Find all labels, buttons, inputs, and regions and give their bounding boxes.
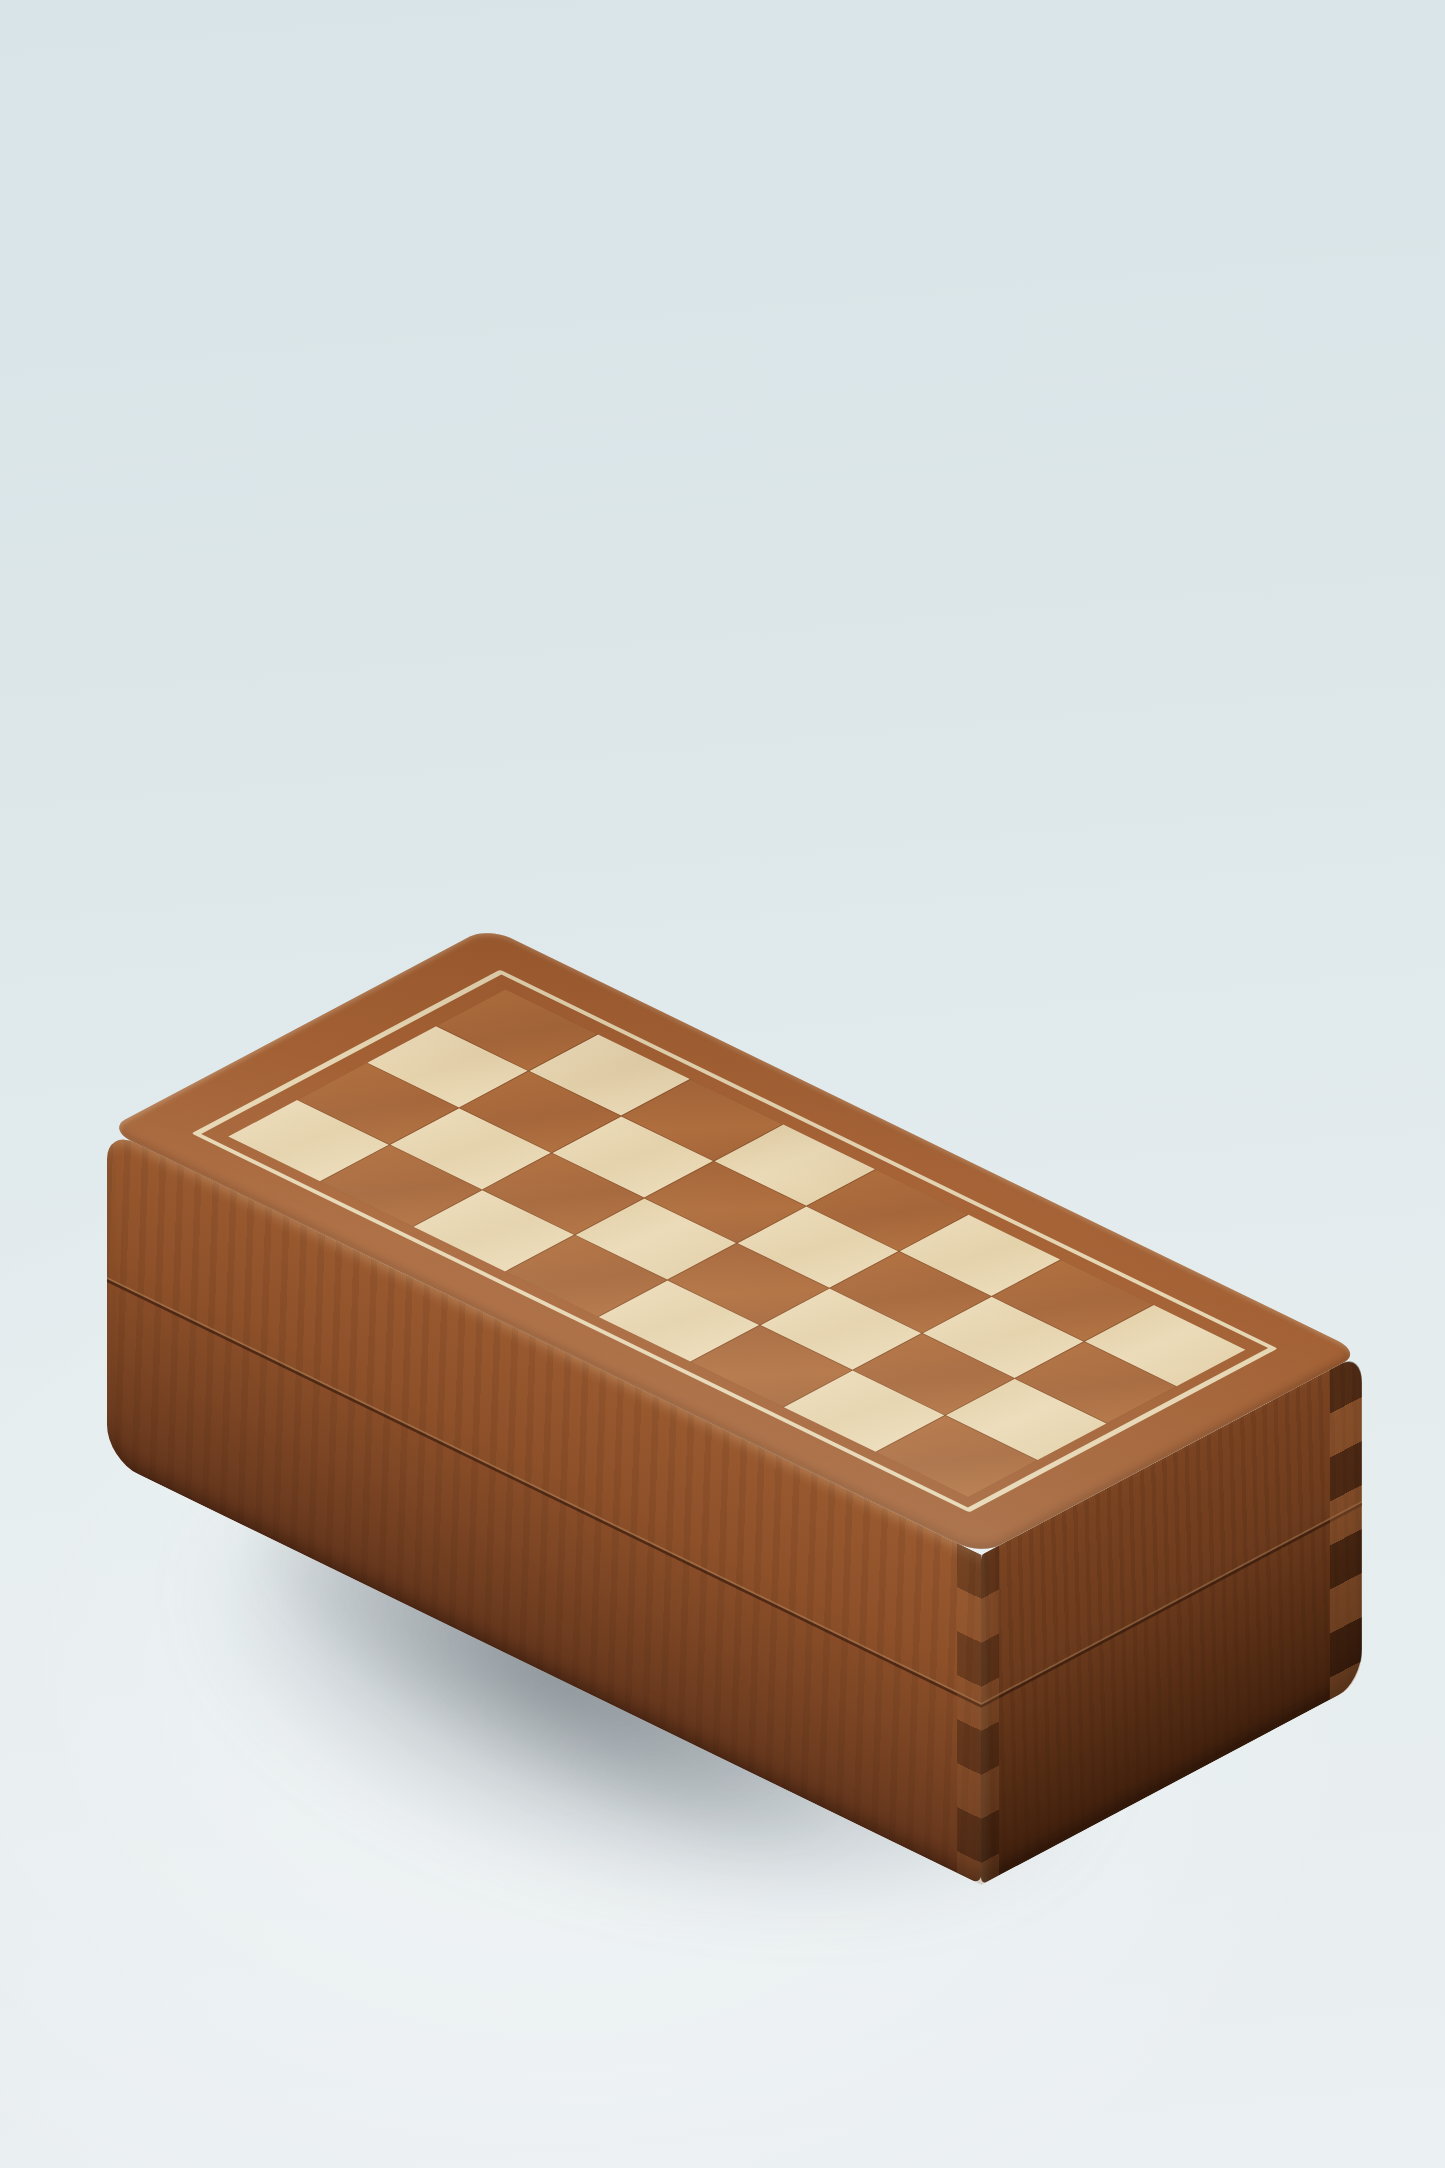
finger-joints [1330, 1353, 1362, 1700]
page: { "game": "chess", "scene": { "descripti… [0, 0, 1445, 2168]
finger-joints-near-edge [981, 1545, 999, 1885]
fold-seam [981, 1503, 1362, 1708]
finger-joint-shadow [957, 1543, 981, 1885]
